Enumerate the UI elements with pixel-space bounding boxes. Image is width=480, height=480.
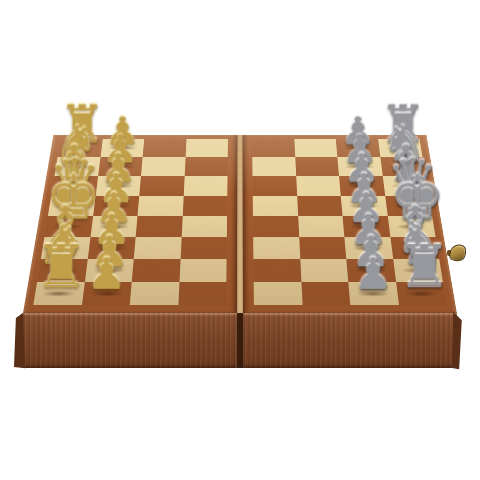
square-c4r4 bbox=[182, 196, 227, 216]
square-c8r5 bbox=[387, 216, 435, 237]
square-c2r3 bbox=[95, 176, 141, 196]
square-c3r6 bbox=[134, 237, 182, 259]
box-left-side bbox=[12, 311, 25, 370]
square-c5r6 bbox=[253, 237, 300, 259]
square-c5r2 bbox=[252, 157, 295, 176]
latch-leaf-icon bbox=[447, 242, 469, 265]
square-c3r3 bbox=[139, 176, 184, 196]
square-c8r1 bbox=[378, 139, 423, 157]
square-c2r5 bbox=[90, 216, 137, 237]
square-c1r3 bbox=[51, 176, 97, 196]
square-c7r1 bbox=[336, 139, 380, 157]
chess-set-photo: ♜♟♟♜♞♟♟♞♝♟♟♝♛♟♟♛♚♟♟♚♝♟♟♝♞♟♟♞♜♟♟♜ bbox=[0, 0, 480, 480]
board-right-grid bbox=[252, 139, 447, 305]
square-c8r8 bbox=[396, 282, 447, 306]
square-c5r4 bbox=[253, 196, 298, 216]
square-c6r2 bbox=[295, 157, 339, 176]
square-c7r5 bbox=[343, 216, 390, 237]
brass-latch bbox=[447, 241, 467, 264]
square-c2r2 bbox=[98, 157, 143, 176]
box-front-right bbox=[243, 313, 457, 368]
square-c5r5 bbox=[253, 216, 299, 237]
square-c5r7 bbox=[253, 259, 301, 282]
square-c6r1 bbox=[294, 139, 337, 157]
square-c7r7 bbox=[346, 259, 395, 282]
square-c2r6 bbox=[87, 237, 135, 259]
square-c7r4 bbox=[341, 196, 388, 216]
square-c7r3 bbox=[339, 176, 385, 196]
box-right-side bbox=[452, 309, 465, 371]
square-c4r2 bbox=[184, 157, 227, 176]
square-c2r8 bbox=[81, 282, 131, 306]
square-c3r4 bbox=[137, 196, 183, 216]
square-c3r2 bbox=[141, 157, 185, 176]
square-c1r8 bbox=[33, 282, 84, 306]
square-c2r4 bbox=[93, 196, 140, 216]
square-c5r8 bbox=[254, 282, 302, 306]
square-c4r5 bbox=[181, 216, 227, 237]
square-c1r6 bbox=[41, 237, 90, 259]
square-c4r3 bbox=[183, 176, 227, 196]
square-c6r4 bbox=[297, 196, 343, 216]
square-c8r6 bbox=[390, 237, 439, 259]
square-c3r1 bbox=[143, 139, 186, 157]
square-c7r2 bbox=[337, 157, 382, 176]
box-front-left bbox=[23, 313, 237, 368]
square-c3r8 bbox=[130, 282, 179, 306]
square-c6r5 bbox=[298, 216, 345, 237]
square-c6r8 bbox=[301, 282, 350, 306]
square-c4r1 bbox=[185, 139, 228, 157]
chess-board: ♜♟♟♜♞♟♟♞♝♟♟♝♛♟♟♛♚♟♟♚♝♟♟♝♞♟♟♞♜♟♟♜ bbox=[23, 135, 457, 313]
square-c5r3 bbox=[252, 176, 296, 196]
square-c6r3 bbox=[296, 176, 341, 196]
square-c3r7 bbox=[132, 259, 180, 282]
square-c1r7 bbox=[37, 259, 87, 282]
square-c4r6 bbox=[180, 237, 227, 259]
square-c2r1 bbox=[100, 139, 144, 157]
board-left-grid bbox=[33, 139, 228, 305]
board-perspective-wrapper: ♜♟♟♜♞♟♟♞♝♟♟♝♛♟♟♛♚♟♟♚♝♟♟♝♞♟♟♞♜♟♟♜ bbox=[23, 0, 457, 313]
square-c7r8 bbox=[348, 282, 398, 306]
square-c2r7 bbox=[84, 259, 133, 282]
square-c5r1 bbox=[252, 139, 295, 157]
square-c1r2 bbox=[54, 157, 100, 176]
square-c3r5 bbox=[136, 216, 183, 237]
square-c8r2 bbox=[380, 157, 426, 176]
square-c8r4 bbox=[385, 196, 432, 216]
square-c8r7 bbox=[393, 259, 443, 282]
square-c4r7 bbox=[179, 259, 227, 282]
square-c6r7 bbox=[300, 259, 348, 282]
square-c7r6 bbox=[344, 237, 392, 259]
square-c6r6 bbox=[299, 237, 347, 259]
square-c1r1 bbox=[58, 139, 103, 157]
square-c8r3 bbox=[382, 176, 428, 196]
square-c4r8 bbox=[178, 282, 226, 306]
square-c1r4 bbox=[48, 196, 95, 216]
square-c1r5 bbox=[44, 216, 92, 237]
